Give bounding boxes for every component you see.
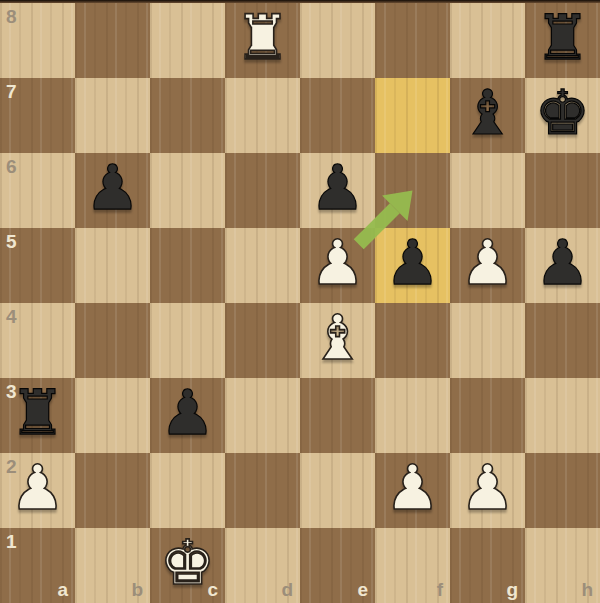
square-a3[interactable]: 3♜ bbox=[0, 378, 75, 453]
square-d3[interactable] bbox=[225, 378, 300, 453]
piece-white-pawn[interactable]: ♟ bbox=[460, 450, 516, 525]
square-f5[interactable]: ♟ bbox=[375, 228, 450, 303]
square-b7[interactable] bbox=[75, 78, 150, 153]
square-c6[interactable] bbox=[150, 153, 225, 228]
square-g1[interactable]: g bbox=[450, 528, 525, 603]
square-e6[interactable]: ♟ bbox=[300, 153, 375, 228]
piece-white-bishop[interactable]: ♝ bbox=[310, 300, 366, 375]
piece-black-pawn[interactable]: ♟ bbox=[85, 150, 141, 225]
square-a7[interactable]: 7 bbox=[0, 78, 75, 153]
piece-black-rook[interactable]: ♜ bbox=[535, 0, 591, 75]
square-g3[interactable] bbox=[450, 378, 525, 453]
square-b3[interactable] bbox=[75, 378, 150, 453]
piece-white-pawn[interactable]: ♟ bbox=[10, 450, 66, 525]
square-d1[interactable]: d bbox=[225, 528, 300, 603]
square-h7[interactable]: ♚ bbox=[525, 78, 600, 153]
square-b6[interactable]: ♟ bbox=[75, 153, 150, 228]
square-b1[interactable]: b bbox=[75, 528, 150, 603]
file-label-e: e bbox=[357, 580, 368, 599]
piece-black-bishop[interactable]: ♝ bbox=[460, 75, 516, 150]
square-c5[interactable] bbox=[150, 228, 225, 303]
chess-app: 8♜♜7♝♚6♟♟5♟♟♟♟4♝3♜♟2♟♟♟1abc♚defgh bbox=[0, 0, 600, 603]
square-f1[interactable]: f bbox=[375, 528, 450, 603]
square-g5[interactable]: ♟ bbox=[450, 228, 525, 303]
piece-white-pawn[interactable]: ♟ bbox=[385, 450, 441, 525]
square-c7[interactable] bbox=[150, 78, 225, 153]
rank-label-5: 5 bbox=[6, 232, 17, 251]
square-d2[interactable] bbox=[225, 453, 300, 528]
square-d7[interactable] bbox=[225, 78, 300, 153]
square-e8[interactable] bbox=[300, 3, 375, 78]
square-e7[interactable] bbox=[300, 78, 375, 153]
square-f4[interactable] bbox=[375, 303, 450, 378]
rank-label-8: 8 bbox=[6, 7, 17, 26]
piece-black-pawn[interactable]: ♟ bbox=[385, 225, 441, 300]
square-a4[interactable]: 4 bbox=[0, 303, 75, 378]
square-c3[interactable]: ♟ bbox=[150, 378, 225, 453]
square-h4[interactable] bbox=[525, 303, 600, 378]
square-h5[interactable]: ♟ bbox=[525, 228, 600, 303]
square-b8[interactable] bbox=[75, 3, 150, 78]
chess-board[interactable]: 8♜♜7♝♚6♟♟5♟♟♟♟4♝3♜♟2♟♟♟1abc♚defgh bbox=[0, 3, 600, 603]
file-label-h: h bbox=[581, 580, 593, 599]
square-e1[interactable]: e bbox=[300, 528, 375, 603]
square-g6[interactable] bbox=[450, 153, 525, 228]
square-a6[interactable]: 6 bbox=[0, 153, 75, 228]
piece-white-king[interactable]: ♚ bbox=[160, 525, 216, 600]
square-e3[interactable] bbox=[300, 378, 375, 453]
square-f3[interactable] bbox=[375, 378, 450, 453]
square-e5[interactable]: ♟ bbox=[300, 228, 375, 303]
square-b2[interactable] bbox=[75, 453, 150, 528]
piece-black-pawn[interactable]: ♟ bbox=[310, 150, 366, 225]
square-h2[interactable] bbox=[525, 453, 600, 528]
square-g2[interactable]: ♟ bbox=[450, 453, 525, 528]
square-a5[interactable]: 5 bbox=[0, 228, 75, 303]
piece-black-rook[interactable]: ♜ bbox=[10, 375, 66, 450]
square-e2[interactable] bbox=[300, 453, 375, 528]
square-c2[interactable] bbox=[150, 453, 225, 528]
square-d5[interactable] bbox=[225, 228, 300, 303]
square-c1[interactable]: c♚ bbox=[150, 528, 225, 603]
rank-label-6: 6 bbox=[6, 157, 17, 176]
square-h3[interactable] bbox=[525, 378, 600, 453]
square-b5[interactable] bbox=[75, 228, 150, 303]
square-d8[interactable]: ♜ bbox=[225, 3, 300, 78]
square-f6[interactable] bbox=[375, 153, 450, 228]
square-g7[interactable]: ♝ bbox=[450, 78, 525, 153]
piece-white-pawn[interactable]: ♟ bbox=[460, 225, 516, 300]
rank-label-7: 7 bbox=[6, 82, 17, 101]
square-a8[interactable]: 8 bbox=[0, 3, 75, 78]
square-a2[interactable]: 2♟ bbox=[0, 453, 75, 528]
square-f7[interactable] bbox=[375, 78, 450, 153]
square-c4[interactable] bbox=[150, 303, 225, 378]
square-h1[interactable]: h bbox=[525, 528, 600, 603]
square-h8[interactable]: ♜ bbox=[525, 3, 600, 78]
file-label-d: d bbox=[281, 580, 293, 599]
rank-label-4: 4 bbox=[6, 307, 17, 326]
piece-black-pawn[interactable]: ♟ bbox=[535, 225, 591, 300]
square-h6[interactable] bbox=[525, 153, 600, 228]
square-b4[interactable] bbox=[75, 303, 150, 378]
rank-label-1: 1 bbox=[6, 532, 17, 551]
file-label-f: f bbox=[437, 580, 443, 599]
square-g8[interactable] bbox=[450, 3, 525, 78]
piece-black-pawn[interactable]: ♟ bbox=[160, 375, 216, 450]
square-d6[interactable] bbox=[225, 153, 300, 228]
square-f2[interactable]: ♟ bbox=[375, 453, 450, 528]
file-label-g: g bbox=[506, 580, 518, 599]
square-e4[interactable]: ♝ bbox=[300, 303, 375, 378]
square-f8[interactable] bbox=[375, 3, 450, 78]
square-d4[interactable] bbox=[225, 303, 300, 378]
square-a1[interactable]: 1a bbox=[0, 528, 75, 603]
piece-white-pawn[interactable]: ♟ bbox=[310, 225, 366, 300]
piece-white-rook[interactable]: ♜ bbox=[235, 0, 291, 75]
square-c8[interactable] bbox=[150, 3, 225, 78]
piece-black-king[interactable]: ♚ bbox=[535, 75, 591, 150]
file-label-b: b bbox=[131, 580, 143, 599]
square-g4[interactable] bbox=[450, 303, 525, 378]
file-label-a: a bbox=[57, 580, 68, 599]
